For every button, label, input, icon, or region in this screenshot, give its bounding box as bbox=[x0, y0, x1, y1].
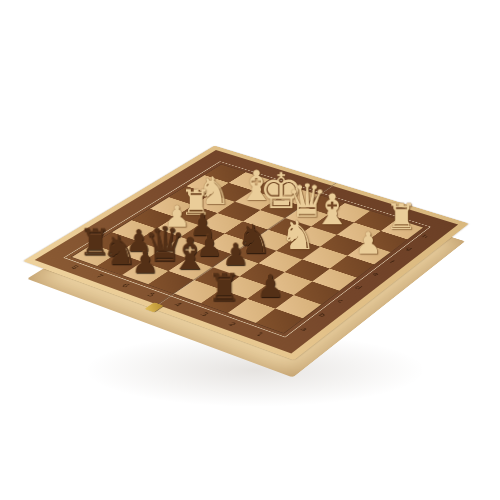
rank-label-4: 4 bbox=[172, 302, 183, 308]
file-label-f: f bbox=[388, 260, 396, 265]
rank-label-6: 6 bbox=[120, 283, 131, 289]
rank-label-5: 5 bbox=[146, 292, 157, 298]
board-border: ♜♞♟♟♜♞♟♛♟♝♝♟♚♟♞♛♜♞♝♟♟♜ 12345678abcdefgh bbox=[35, 150, 459, 354]
square-g3: ♝ bbox=[311, 214, 354, 234]
file-label-d: d bbox=[353, 285, 363, 291]
file-label-a: a bbox=[298, 326, 308, 332]
square-e3: ♞ bbox=[276, 238, 320, 259]
rank-label-3: 3 bbox=[199, 312, 210, 318]
file-label-c: c bbox=[335, 299, 345, 304]
square-h1: ♜ bbox=[380, 219, 423, 239]
file-label-e: e bbox=[370, 272, 380, 277]
rank-label-7: 7 bbox=[94, 274, 104, 279]
board-frame: ♜♞♟♟♜♞♟♛♟♝♝♟♚♟♞♛♜♞♝♟♟♜ 12345678abcdefgh bbox=[23, 146, 469, 360]
rank-label-2: 2 bbox=[226, 322, 237, 328]
board-3d-wrap: ♜♞♟♟♜♞♟♛♟♝♝♟♚♟♞♛♜♞♝♟♟♜ 12345678abcdefgh bbox=[23, 146, 469, 360]
rank-label-8: 8 bbox=[69, 265, 79, 270]
file-label-h: h bbox=[420, 234, 429, 239]
rank-label-1: 1 bbox=[254, 332, 265, 338]
square-d2 bbox=[285, 259, 330, 281]
file-label-g: g bbox=[404, 246, 414, 251]
photo-background: ♜♞♟♟♜♞♟♛♟♝♝♟♚♟♞♛♜♞♝♟♟♜ 12345678abcdefgh bbox=[0, 0, 500, 500]
scene: ♜♞♟♟♜♞♟♛♟♝♝♟♚♟♞♛♜♞♝♟♟♜ 12345678abcdefgh bbox=[0, 0, 500, 500]
file-label-b: b bbox=[317, 312, 327, 318]
